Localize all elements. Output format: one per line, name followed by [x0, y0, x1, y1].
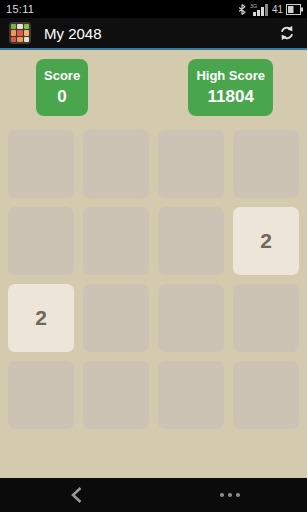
app-icon-2048 — [9, 22, 31, 44]
empty-cell — [83, 207, 149, 275]
empty-cell — [158, 361, 224, 429]
empty-cell — [233, 361, 299, 429]
high-score-panel: High Score 11804 — [188, 59, 273, 116]
board-grid[interactable]: 22 — [0, 122, 307, 437]
battery-percent: 41 — [272, 4, 283, 15]
svg-text:3G: 3G — [250, 3, 257, 9]
empty-cell — [158, 284, 224, 352]
back-icon — [70, 486, 83, 504]
refresh-button[interactable] — [277, 23, 297, 43]
empty-cell — [158, 207, 224, 275]
clock: 15:11 — [6, 3, 34, 15]
empty-cell — [83, 284, 149, 352]
high-score-value: 11804 — [196, 86, 265, 108]
tile-2: 2 — [233, 207, 299, 275]
action-bar: My 2048 — [0, 18, 307, 50]
score-row: Score 0 High Score 11804 — [0, 50, 307, 116]
empty-cell — [8, 130, 74, 198]
status-icons: 3G 41 — [237, 3, 303, 16]
score-label: Score — [44, 68, 80, 84]
empty-cell — [83, 130, 149, 198]
empty-cell — [233, 284, 299, 352]
empty-cell — [158, 130, 224, 198]
status-bar: 15:11 3G 41 — [0, 0, 307, 18]
score-panel: Score 0 — [36, 59, 88, 116]
app-title: My 2048 — [44, 25, 102, 42]
screen: 15:11 3G 41 My 20 — [0, 0, 307, 512]
empty-cell — [8, 207, 74, 275]
empty-cell — [233, 130, 299, 198]
battery-icon — [286, 4, 303, 15]
menu-button[interactable] — [154, 478, 308, 512]
empty-cell — [83, 361, 149, 429]
tile-2: 2 — [8, 284, 74, 352]
sync-refresh-icon — [278, 24, 296, 42]
signal-strength-icon: 3G — [250, 3, 269, 16]
empty-cell — [8, 361, 74, 429]
navigation-bar — [0, 478, 307, 512]
back-button[interactable] — [0, 478, 154, 512]
menu-overflow-icon — [220, 493, 240, 497]
score-value: 0 — [44, 86, 80, 108]
high-score-label: High Score — [196, 68, 265, 84]
bluetooth-icon — [237, 3, 247, 16]
